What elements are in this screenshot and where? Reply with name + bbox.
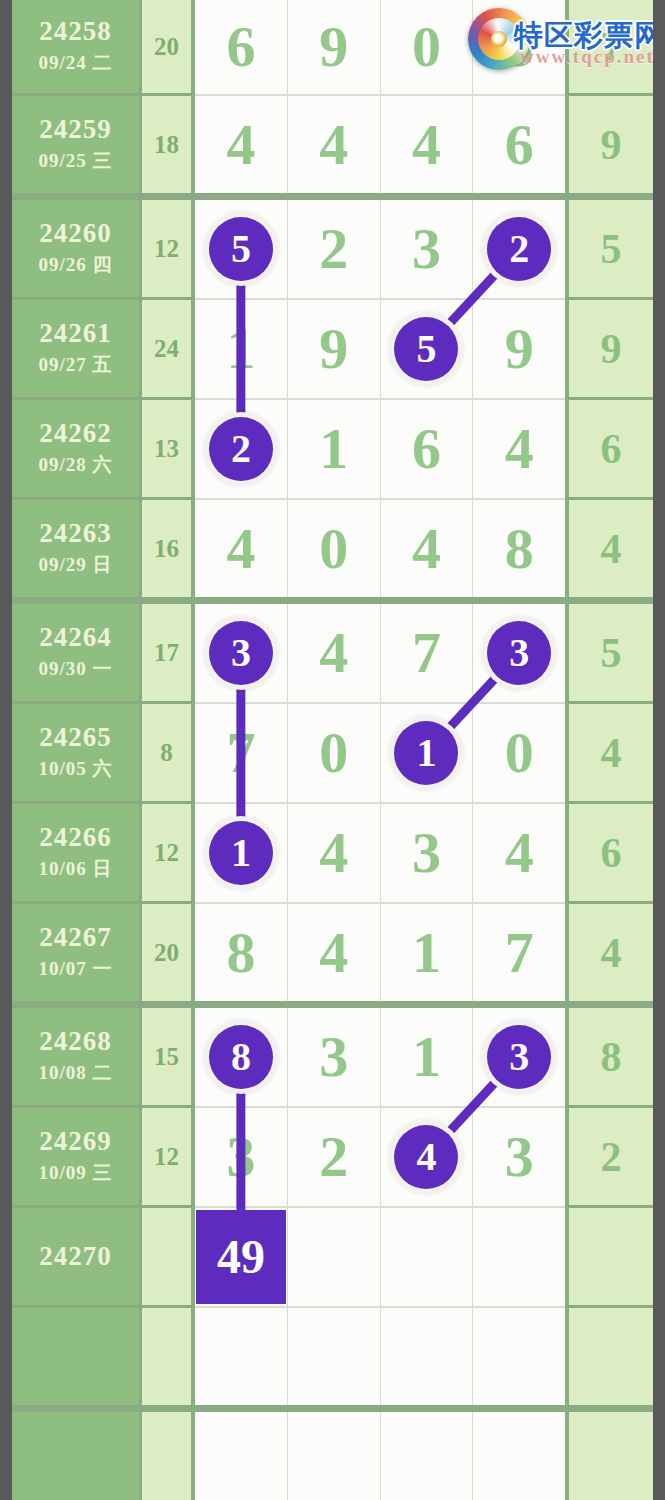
- tail-cell: 5: [569, 604, 653, 701]
- count-cell: 20: [142, 0, 191, 93]
- issue-number: 24262: [39, 419, 112, 449]
- digit-cell: 3: [473, 1108, 565, 1205]
- issue-date: 09/30 一: [38, 656, 112, 682]
- sum-box: 49: [196, 1210, 286, 1304]
- tail-cell: 2: [569, 1108, 653, 1205]
- issue-cell: 2425909/25 三: [12, 96, 139, 193]
- digit-cell: 1: [381, 904, 473, 1001]
- digit-cell: 3: [288, 1008, 380, 1105]
- count-cell: 12: [142, 200, 191, 297]
- issue-date: 09/28 六: [38, 452, 112, 478]
- tail-cell: 8: [569, 1008, 653, 1105]
- issue-number: 24261: [39, 319, 112, 349]
- digit-cell: 0: [473, 704, 565, 801]
- cell-divider: [472, 1412, 473, 1500]
- issue-date: 09/25 三: [38, 148, 112, 174]
- digit-cell: 6: [381, 400, 473, 497]
- digit-cell: 0: [288, 704, 380, 801]
- issue-number: 24259: [39, 115, 112, 145]
- tail-cell: [569, 1308, 653, 1405]
- digit-cell: 4: [288, 96, 380, 193]
- site-url-watermark: www.tqcp.net: [520, 46, 655, 68]
- issue-cell: [12, 1308, 139, 1405]
- count-cell: 24: [142, 300, 191, 397]
- circled-digit: 3: [487, 1025, 551, 1089]
- tail-cell: 4: [569, 500, 653, 597]
- tail-cell: 4: [569, 704, 653, 801]
- digit-cell: 8: [473, 500, 565, 597]
- issue-date: 10/05 六: [38, 756, 112, 782]
- digit-grid-panel: [195, 1412, 565, 1500]
- circled-digit: 8: [209, 1025, 273, 1089]
- issue-date: 09/24 二: [38, 50, 112, 76]
- issue-date: 09/29 日: [38, 552, 112, 578]
- digit-cell: 2: [288, 200, 380, 297]
- issue-cell: [12, 1412, 139, 1500]
- digit-cell: 4: [195, 500, 287, 597]
- issue-number: 24270: [39, 1242, 112, 1272]
- lottery-trend-chart: 特区彩票网 www.tqcp.net 2425809/24 二207690524…: [0, 0, 665, 1500]
- row-divider: [195, 1206, 565, 1208]
- circled-digit: 4: [394, 1125, 458, 1189]
- issue-cell: 2426109/27 五: [12, 300, 139, 397]
- issue-date: 10/07 一: [38, 956, 112, 982]
- chart-body: 特区彩票网 www.tqcp.net 2425809/24 二207690524…: [12, 0, 653, 1500]
- cell-divider: [380, 1412, 381, 1500]
- tail-cell: 4: [569, 904, 653, 1001]
- digit-cell: 2: [288, 1108, 380, 1205]
- count-cell: 16: [142, 500, 191, 597]
- issue-cell: 2426510/05 六: [12, 704, 139, 801]
- issue-number: 24266: [39, 823, 112, 853]
- digit-cell: 3: [381, 804, 473, 901]
- issue-number: 24267: [39, 923, 112, 953]
- circled-digit: 1: [209, 821, 273, 885]
- digit-cell: 9: [473, 300, 565, 397]
- digit-cell: 1: [195, 300, 287, 397]
- digit-cell: 3: [381, 200, 473, 297]
- digit-cell: 7: [195, 704, 287, 801]
- digit-cell: 4: [288, 904, 380, 1001]
- issue-date: 10/08 二: [38, 1060, 112, 1086]
- digit-cell: 9: [288, 300, 380, 397]
- digit-cell: 6: [195, 0, 287, 93]
- issue-number: 24269: [39, 1127, 112, 1157]
- count-cell: 8: [142, 704, 191, 801]
- issue-number: 24263: [39, 519, 112, 549]
- issue-cell: 2426810/08 二: [12, 1008, 139, 1105]
- digit-cell: 4: [195, 96, 287, 193]
- digit-cell: 0: [288, 500, 380, 597]
- circled-digit: 5: [394, 317, 458, 381]
- digit-cell: 1: [381, 1008, 473, 1105]
- digit-cell: 4: [473, 804, 565, 901]
- issue-cell: 24270: [12, 1208, 139, 1305]
- count-cell: [142, 1308, 191, 1405]
- issue-number: 24265: [39, 723, 112, 753]
- left-margin: [0, 0, 12, 1500]
- issue-cell: 2426610/06 日: [12, 804, 139, 901]
- count-cell: 13: [142, 400, 191, 497]
- digit-cell: 7: [473, 904, 565, 1001]
- count-cell: [142, 1208, 191, 1305]
- count-cell: 12: [142, 804, 191, 901]
- count-cell: 17: [142, 604, 191, 701]
- count-cell: [142, 1412, 191, 1500]
- issue-number: 24258: [39, 17, 112, 47]
- digit-cell: 8: [195, 904, 287, 1001]
- digit-cell: 4: [473, 400, 565, 497]
- digit-cell: 4: [381, 96, 473, 193]
- count-cell: 12: [142, 1108, 191, 1205]
- cell-divider: [287, 1412, 288, 1500]
- digit-cell: 7: [381, 604, 473, 701]
- tail-cell: 6: [569, 804, 653, 901]
- issue-date: 09/27 五: [38, 352, 112, 378]
- issue-cell: 2426009/26 四: [12, 200, 139, 297]
- circled-digit: 2: [487, 217, 551, 281]
- count-cell: 20: [142, 904, 191, 1001]
- tail-cell: [569, 1412, 653, 1500]
- count-cell: 18: [142, 96, 191, 193]
- issue-number: 24260: [39, 219, 112, 249]
- digit-cell: 6: [473, 96, 565, 193]
- site-logo: 特区彩票网 www.tqcp.net: [452, 4, 657, 66]
- circled-digit: 1: [394, 721, 458, 785]
- row-divider: [195, 1306, 565, 1308]
- issue-number: 24264: [39, 623, 112, 653]
- issue-cell: 2425809/24 二: [12, 0, 139, 93]
- issue-number: 24268: [39, 1027, 112, 1057]
- tail-cell: 6: [569, 400, 653, 497]
- issue-cell: 2426309/29 日: [12, 500, 139, 597]
- digit-cell: 9: [288, 0, 380, 93]
- tail-cell: 9: [569, 300, 653, 397]
- circled-digit: 2: [209, 417, 273, 481]
- issue-date: 10/06 日: [38, 856, 112, 882]
- digit-cell: 4: [381, 500, 473, 597]
- circled-digit: 3: [487, 621, 551, 685]
- issue-cell: 2426910/09 三: [12, 1108, 139, 1205]
- issue-cell: 2426409/30 一: [12, 604, 139, 701]
- tail-cell: [569, 1208, 653, 1305]
- issue-cell: 2426710/07 一: [12, 904, 139, 1001]
- right-margin: [653, 0, 665, 1500]
- circled-digit: 5: [209, 217, 273, 281]
- digit-cell: 1: [288, 400, 380, 497]
- digit-cell: 3: [195, 1108, 287, 1205]
- issue-date: 10/09 三: [38, 1160, 112, 1186]
- digit-cell: 4: [288, 804, 380, 901]
- count-cell: 15: [142, 1008, 191, 1105]
- tail-cell: 9: [569, 96, 653, 193]
- circled-digit: 3: [209, 621, 273, 685]
- issue-cell: 2426209/28 六: [12, 400, 139, 497]
- issue-date: 09/26 四: [38, 252, 112, 278]
- digit-cell: 4: [288, 604, 380, 701]
- tail-cell: 5: [569, 200, 653, 297]
